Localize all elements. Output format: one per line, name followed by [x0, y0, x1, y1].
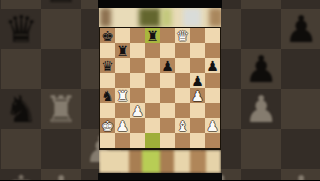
square-h8[interactable] — [205, 28, 220, 43]
bg-square-h2: ♟ — [281, 169, 320, 180]
square-a2[interactable]: ♚ — [100, 118, 115, 133]
bg-square-g2 — [241, 169, 281, 180]
bg-square-g3 — [241, 129, 281, 169]
white-king-a2[interactable]: ♚ — [101, 119, 114, 133]
square-e2[interactable] — [160, 118, 175, 133]
black-pawn-h6[interactable]: ♟ — [206, 59, 219, 73]
square-e6[interactable]: ♟ — [160, 58, 175, 73]
square-g3[interactable] — [190, 103, 205, 118]
square-b1[interactable] — [115, 133, 130, 148]
bg-square-b3 — [41, 129, 81, 169]
bg-white-pawn-g4: ♟ — [244, 91, 277, 128]
bg-square-a2: ♚ — [1, 169, 41, 180]
square-f8[interactable]: ♛ — [175, 28, 190, 43]
top-letterbox-bar — [98, 0, 222, 8]
square-h5[interactable] — [205, 73, 220, 88]
black-knight-a4[interactable]: ♞ — [101, 89, 114, 103]
black-rook-d8[interactable]: ♜ — [146, 29, 159, 43]
square-h2[interactable]: ♟ — [205, 118, 220, 133]
square-e4[interactable] — [160, 88, 175, 103]
bg-square-g7 — [241, 0, 281, 9]
square-d6[interactable] — [145, 58, 160, 73]
top-strip-blob-3 — [183, 8, 201, 27]
bg-white-rook-b4: ♜ — [44, 91, 77, 128]
top-strip-blob-0 — [100, 8, 111, 27]
square-c4[interactable] — [130, 88, 145, 103]
square-d8[interactable]: ♜ — [145, 28, 160, 43]
bg-black-knight-a4: ♞ — [4, 91, 37, 128]
square-c8[interactable] — [130, 28, 145, 43]
white-pawn-b2[interactable]: ♟ — [116, 119, 129, 133]
top-strip-blob-4 — [209, 8, 221, 27]
square-a3[interactable] — [100, 103, 115, 118]
bg-square-b2: ♟ — [41, 169, 81, 180]
square-g8[interactable] — [190, 28, 205, 43]
black-queen-a6[interactable]: ♛ — [101, 59, 114, 73]
square-d1[interactable] — [145, 133, 160, 148]
black-pawn-e6[interactable]: ♟ — [161, 59, 174, 73]
square-d4[interactable] — [145, 88, 160, 103]
bottom-strip-cell-5 — [190, 150, 206, 173]
bg-square-g4: ♟ — [241, 89, 281, 129]
square-f5[interactable] — [175, 73, 190, 88]
square-f1[interactable] — [175, 133, 190, 148]
bg-square-b4: ♜ — [41, 89, 81, 129]
bg-square-b6 — [41, 9, 81, 49]
bg-square-a5 — [1, 49, 41, 89]
black-pawn-g5[interactable]: ♟ — [191, 74, 204, 88]
bg-black-pawn-g5: ♟ — [244, 51, 277, 88]
square-f7[interactable] — [175, 43, 190, 58]
bg-square-a3 — [1, 129, 41, 169]
video-frame: ♚♜♛♜♛♟♟♟♞♜♟♟♚♟♝♟ ♚♜♛♜♛♟♟♟♞♜♟♟♚♟♝♟ — [0, 0, 320, 180]
square-h3[interactable] — [205, 103, 220, 118]
bg-square-g5: ♟ — [241, 49, 281, 89]
bottom-letterbox-bar — [98, 173, 222, 180]
square-b2[interactable]: ♟ — [115, 118, 130, 133]
square-a6[interactable]: ♛ — [100, 58, 115, 73]
bg-white-pawn-b2: ♟ — [44, 171, 77, 181]
square-g2[interactable] — [190, 118, 205, 133]
white-rook-b4[interactable]: ♜ — [116, 89, 129, 103]
bg-square-g6 — [241, 9, 281, 49]
bg-black-pawn-h6: ♟ — [284, 11, 317, 48]
square-d5[interactable] — [145, 73, 160, 88]
square-d7[interactable] — [145, 43, 160, 58]
square-b3[interactable] — [115, 103, 130, 118]
bg-square-h3 — [281, 129, 320, 169]
black-king-a8[interactable]: ♚ — [101, 29, 114, 43]
bottom-strip-cell-6 — [206, 150, 221, 173]
square-a8[interactable]: ♚ — [100, 28, 115, 43]
white-bishop-f2[interactable]: ♝ — [176, 119, 189, 133]
square-c7[interactable] — [130, 43, 145, 58]
bottom-strip-cell-2 — [142, 150, 160, 173]
square-h1[interactable] — [205, 133, 220, 148]
black-rook-b7[interactable]: ♜ — [116, 44, 129, 58]
square-c5[interactable] — [130, 73, 145, 88]
square-a1[interactable] — [100, 133, 115, 148]
square-d3[interactable] — [145, 103, 160, 118]
square-b7[interactable]: ♜ — [115, 43, 130, 58]
square-e7[interactable] — [160, 43, 175, 58]
top-blur-strip — [99, 8, 221, 27]
bottom-blur-strip — [99, 150, 221, 173]
square-e3[interactable] — [160, 103, 175, 118]
square-b4[interactable]: ♜ — [115, 88, 130, 103]
bottom-strip-cell-1 — [129, 150, 142, 173]
white-pawn-h2[interactable]: ♟ — [206, 119, 219, 133]
chess-board[interactable]: ♚♜♛♜♛♟♟♟♞♜♟♟♚♟♝♟ — [99, 27, 221, 150]
square-f6[interactable] — [175, 58, 190, 73]
square-b5[interactable] — [115, 73, 130, 88]
bg-square-h5 — [281, 49, 320, 89]
white-pawn-g4[interactable]: ♟ — [191, 89, 204, 103]
square-f2[interactable]: ♝ — [175, 118, 190, 133]
square-a4[interactable]: ♞ — [100, 88, 115, 103]
bottom-blur-cells — [99, 150, 221, 173]
sharp-video-column: ♚♜♛♜♛♟♟♟♞♜♟♟♚♟♝♟ — [98, 0, 222, 180]
white-pawn-c3[interactable]: ♟ — [131, 104, 144, 118]
square-g1[interactable] — [190, 133, 205, 148]
square-c1[interactable] — [130, 133, 145, 148]
square-c2[interactable] — [130, 118, 145, 133]
square-h7[interactable] — [205, 43, 220, 58]
square-c6[interactable] — [130, 58, 145, 73]
bg-square-b7: ♜ — [41, 0, 81, 9]
square-b6[interactable] — [115, 58, 130, 73]
square-g6[interactable] — [190, 58, 205, 73]
top-strip-blob-1 — [139, 8, 161, 27]
bg-square-b5 — [41, 49, 81, 89]
square-h6[interactable]: ♟ — [205, 58, 220, 73]
white-queen-f8[interactable]: ♛ — [176, 29, 189, 43]
bg-black-rook-b7: ♜ — [44, 0, 77, 8]
square-f3[interactable] — [175, 103, 190, 118]
square-f4[interactable] — [175, 88, 190, 103]
square-h4[interactable] — [205, 88, 220, 103]
square-a5[interactable] — [100, 73, 115, 88]
top-strip-blob-2 — [161, 8, 172, 27]
bg-black-queen-a6: ♛ — [4, 11, 37, 48]
square-e8[interactable] — [160, 28, 175, 43]
square-g4[interactable]: ♟ — [190, 88, 205, 103]
bg-square-a6: ♛ — [1, 9, 41, 49]
bg-white-king-a2: ♚ — [4, 171, 37, 181]
square-g7[interactable] — [190, 43, 205, 58]
bottom-strip-cell-0 — [99, 150, 129, 173]
bottom-strip-cell-3 — [160, 150, 174, 173]
bottom-strip-cell-4 — [174, 150, 190, 173]
bg-white-pawn-h2: ♟ — [284, 171, 317, 181]
square-e1[interactable] — [160, 133, 175, 148]
bg-square-h6: ♟ — [281, 9, 320, 49]
bg-square-h4 — [281, 89, 320, 129]
square-g5[interactable]: ♟ — [190, 73, 205, 88]
square-e5[interactable] — [160, 73, 175, 88]
square-c3[interactable]: ♟ — [130, 103, 145, 118]
square-a7[interactable] — [100, 43, 115, 58]
square-b8[interactable] — [115, 28, 130, 43]
square-d2[interactable] — [145, 118, 160, 133]
bg-square-a4: ♞ — [1, 89, 41, 129]
